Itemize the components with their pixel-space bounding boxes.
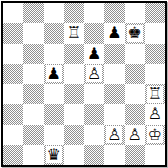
square-a1[interactable] xyxy=(3,145,23,165)
square-b2[interactable] xyxy=(23,125,43,145)
piece-black-king-g7[interactable]: ♚ xyxy=(127,25,143,42)
square-a7[interactable] xyxy=(3,23,23,43)
square-d5[interactable] xyxy=(64,64,84,84)
square-d4[interactable] xyxy=(64,84,84,104)
chess-board: ♖♟♚♟♟♙♖♙♙♙♔♛ xyxy=(3,3,165,165)
piece-white-pawn-e5[interactable]: ♙ xyxy=(86,65,102,82)
square-d1[interactable] xyxy=(64,145,84,165)
square-g4[interactable] xyxy=(125,84,145,104)
square-e6[interactable]: ♟ xyxy=(84,44,104,64)
square-h4[interactable]: ♖ xyxy=(145,84,165,104)
board-frame: ♖♟♚♟♟♙♖♙♙♙♔♛ xyxy=(1,1,167,167)
square-h7[interactable] xyxy=(145,23,165,43)
square-e3[interactable] xyxy=(84,104,104,124)
square-f8[interactable] xyxy=(104,3,124,23)
chess-diagram: ♖♟♚♟♟♙♖♙♙♙♔♛ xyxy=(0,0,168,168)
square-d3[interactable] xyxy=(64,104,84,124)
square-h8[interactable] xyxy=(145,3,165,23)
square-b3[interactable] xyxy=(23,104,43,124)
square-g3[interactable] xyxy=(125,104,145,124)
square-g6[interactable] xyxy=(125,44,145,64)
square-g1[interactable] xyxy=(125,145,145,165)
square-a8[interactable] xyxy=(3,3,23,23)
square-f2[interactable]: ♙ xyxy=(104,125,124,145)
square-f3[interactable] xyxy=(104,104,124,124)
square-b7[interactable] xyxy=(23,23,43,43)
square-a4[interactable] xyxy=(3,84,23,104)
square-d7[interactable]: ♖ xyxy=(64,23,84,43)
square-f5[interactable] xyxy=(104,64,124,84)
square-c4[interactable] xyxy=(44,84,64,104)
square-c8[interactable] xyxy=(44,3,64,23)
square-f1[interactable] xyxy=(104,145,124,165)
square-a3[interactable] xyxy=(3,104,23,124)
square-a2[interactable] xyxy=(3,125,23,145)
square-b6[interactable] xyxy=(23,44,43,64)
square-g5[interactable] xyxy=(125,64,145,84)
square-g7[interactable]: ♚ xyxy=(125,23,145,43)
square-a6[interactable] xyxy=(3,44,23,64)
square-c5[interactable]: ♟ xyxy=(44,64,64,84)
square-g8[interactable] xyxy=(125,3,145,23)
square-c2[interactable] xyxy=(44,125,64,145)
piece-white-rook-d7[interactable]: ♖ xyxy=(66,25,82,42)
square-e1[interactable] xyxy=(84,145,104,165)
square-b4[interactable] xyxy=(23,84,43,104)
square-a5[interactable] xyxy=(3,64,23,84)
square-d6[interactable] xyxy=(64,44,84,64)
square-h2[interactable]: ♔ xyxy=(145,125,165,145)
square-c1[interactable]: ♛ xyxy=(44,145,64,165)
square-e7[interactable] xyxy=(84,23,104,43)
square-h3[interactable]: ♙ xyxy=(145,104,165,124)
piece-black-pawn-e6[interactable]: ♟ xyxy=(86,45,102,62)
square-f7[interactable]: ♟ xyxy=(104,23,124,43)
piece-black-pawn-f7[interactable]: ♟ xyxy=(106,25,122,42)
square-d2[interactable] xyxy=(64,125,84,145)
square-e5[interactable]: ♙ xyxy=(84,64,104,84)
square-b1[interactable] xyxy=(23,145,43,165)
square-b5[interactable] xyxy=(23,64,43,84)
piece-white-pawn-g2[interactable]: ♙ xyxy=(127,126,143,143)
square-c3[interactable] xyxy=(44,104,64,124)
square-d8[interactable] xyxy=(64,3,84,23)
square-h5[interactable] xyxy=(145,64,165,84)
square-e4[interactable] xyxy=(84,84,104,104)
square-h1[interactable] xyxy=(145,145,165,165)
piece-white-pawn-h3[interactable]: ♙ xyxy=(147,106,163,123)
square-h6[interactable] xyxy=(145,44,165,64)
square-c6[interactable] xyxy=(44,44,64,64)
square-c7[interactable] xyxy=(44,23,64,43)
square-e8[interactable] xyxy=(84,3,104,23)
square-f4[interactable] xyxy=(104,84,124,104)
piece-white-king-h2[interactable]: ♔ xyxy=(147,126,163,143)
square-f6[interactable] xyxy=(104,44,124,64)
square-b8[interactable] xyxy=(23,3,43,23)
square-g2[interactable]: ♙ xyxy=(125,125,145,145)
piece-black-queen-c1[interactable]: ♛ xyxy=(46,146,62,163)
piece-black-pawn-c5[interactable]: ♟ xyxy=(46,65,62,82)
piece-white-rook-h4[interactable]: ♖ xyxy=(147,86,163,103)
square-e2[interactable] xyxy=(84,125,104,145)
piece-white-pawn-f2[interactable]: ♙ xyxy=(106,126,122,143)
